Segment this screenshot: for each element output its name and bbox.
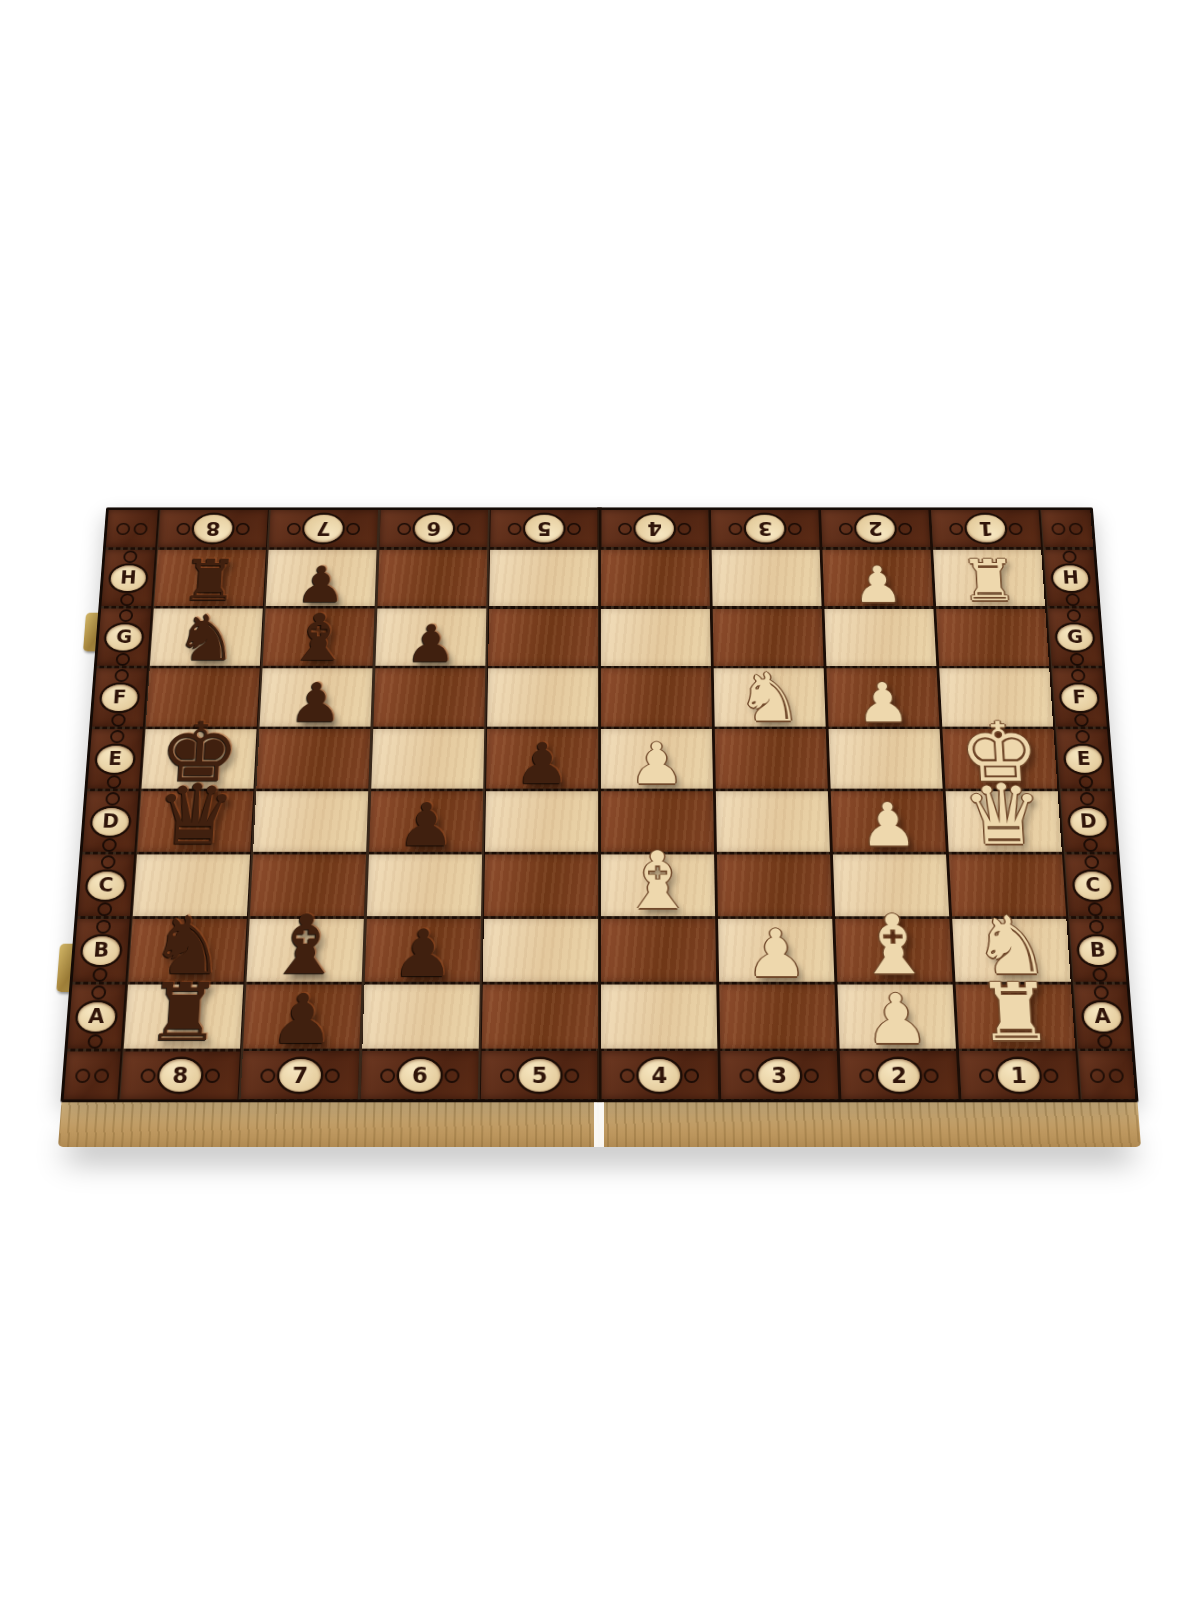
scroll-ornament-icon: [380, 1068, 395, 1082]
square-c3[interactable]: [717, 854, 832, 916]
square-b7[interactable]: ♝: [246, 919, 363, 982]
scroll-ornament-icon: [100, 855, 115, 869]
square-f7[interactable]: ♟: [260, 668, 373, 726]
frame-corner: [1041, 510, 1093, 547]
file-label-right-D: D: [1061, 791, 1117, 852]
file-label-right-G: G: [1048, 609, 1102, 666]
square-d4[interactable]: [601, 791, 714, 852]
white-knight[interactable]: ♞: [952, 908, 1071, 984]
scroll-ornament-icon: [92, 967, 108, 981]
scroll-ornament-icon: [111, 713, 126, 726]
chess-board: 87654321H♜♟♟♜HG♞♝♟GF♟♞♟FE♚♟♟♚ED♛♟♟♛DC♝CB…: [57, 507, 1142, 1147]
scroll-ornament-icon: [87, 1034, 103, 1048]
white-pawn[interactable]: ♟: [837, 986, 956, 1051]
scroll-ornament-icon: [804, 1068, 819, 1082]
scroll-ornament-icon: [114, 669, 129, 682]
file-label-text: D: [1069, 808, 1107, 836]
rank-label-text: 6: [399, 1059, 441, 1092]
file-label-text: D: [91, 808, 129, 836]
black-rook[interactable]: ♜: [124, 975, 244, 1051]
scroll-ornament-icon: [1043, 1068, 1059, 1082]
square-b6[interactable]: ♟: [365, 919, 481, 982]
white-rook[interactable]: ♜: [933, 554, 1045, 608]
scroll-ornament-icon: [397, 522, 411, 534]
scroll-ornament-icon: [564, 1068, 579, 1082]
file-label-right-E: E: [1056, 729, 1111, 788]
square-b4[interactable]: [601, 919, 716, 982]
black-knight[interactable]: ♞: [150, 608, 263, 668]
square-c2[interactable]: [833, 854, 949, 916]
scroll-ornament-icon: [728, 522, 742, 534]
square-e8[interactable]: ♚: [142, 729, 257, 788]
square-g5[interactable]: [488, 609, 598, 666]
black-pawn[interactable]: ♟: [259, 678, 372, 729]
black-pawn[interactable]: ♟: [365, 922, 481, 984]
square-h5[interactable]: [489, 550, 598, 606]
scroll-ornament-icon: [1089, 1068, 1105, 1082]
scroll-ornament-icon: [1065, 593, 1080, 605]
square-g6[interactable]: ♟: [375, 609, 486, 666]
rank-label-text: 2: [877, 1059, 920, 1092]
rank-label-front-6: 6: [361, 1051, 479, 1099]
square-c5[interactable]: [484, 854, 598, 916]
square-a4[interactable]: [601, 985, 717, 1049]
square-d6[interactable]: ♟: [369, 791, 483, 852]
file-label-text: F: [1061, 684, 1099, 711]
black-pawn[interactable]: ♟: [486, 737, 598, 791]
scroll-ornament-icon: [1008, 522, 1022, 534]
scroll-ornament-icon: [684, 1068, 699, 1082]
scroll-ornament-icon: [287, 522, 301, 534]
scroll-ornament-icon: [739, 1068, 754, 1082]
square-h4[interactable]: [601, 550, 710, 606]
square-b1[interactable]: ♞: [952, 919, 1070, 982]
rank-label-back-6: 6: [379, 510, 488, 547]
square-f4[interactable]: [601, 668, 712, 726]
square-c6[interactable]: [367, 854, 482, 916]
scroll-ornament-icon: [346, 522, 360, 534]
file-label-text: B: [82, 936, 121, 965]
scroll-ornament-icon: [1068, 522, 1083, 534]
black-bishop[interactable]: ♝: [263, 607, 375, 669]
black-knight[interactable]: ♞: [128, 908, 247, 984]
scroll-ornament-icon: [105, 792, 120, 805]
scroll-ornament-icon: [236, 522, 250, 534]
scroll-ornament-icon: [1069, 653, 1084, 666]
rank-label-back-5: 5: [490, 510, 598, 547]
scroll-ornament-icon: [140, 1068, 156, 1082]
file-label-text: A: [77, 1002, 116, 1031]
black-pawn[interactable]: ♟: [266, 561, 377, 608]
file-label-left-A: A: [68, 985, 126, 1049]
scroll-ornament-icon: [1092, 967, 1108, 981]
scroll-ornament-icon: [109, 730, 124, 743]
square-g2[interactable]: [824, 609, 936, 666]
file-label-text: H: [1052, 565, 1089, 591]
scroll-ornament-icon: [1062, 550, 1077, 562]
square-f1[interactable]: [939, 668, 1053, 726]
rank-label-back-4: 4: [601, 510, 709, 547]
square-b2[interactable]: ♝: [835, 919, 952, 982]
scroll-ornament-icon: [1096, 1034, 1112, 1048]
file-label-right-A: A: [1074, 985, 1132, 1049]
scroll-ornament-icon: [457, 522, 471, 534]
scroll-ornament-icon: [1082, 838, 1097, 851]
rank-label-text: 5: [519, 1059, 561, 1092]
square-g8[interactable]: ♞: [150, 609, 263, 666]
rank-label-text: 7: [279, 1059, 322, 1092]
square-g3[interactable]: [713, 609, 824, 666]
square-b5[interactable]: [483, 919, 598, 982]
white-pawn[interactable]: ♟: [831, 798, 946, 855]
scroll-ornament-icon: [1087, 902, 1102, 916]
file-label-text: G: [105, 624, 142, 650]
rank-label-text: 8: [158, 1059, 202, 1092]
rank-label-front-3: 3: [720, 1051, 838, 1099]
rank-label-back-3: 3: [711, 510, 820, 547]
file-label-text: A: [1083, 1002, 1122, 1031]
scroll-ornament-icon: [444, 1068, 459, 1082]
scroll-ornament-icon: [325, 1068, 340, 1082]
file-label-text: E: [96, 745, 134, 772]
scroll-ornament-icon: [101, 838, 116, 851]
file-label-text: B: [1078, 936, 1117, 965]
square-a1[interactable]: ♜: [956, 985, 1076, 1049]
rank-label-back-1: 1: [931, 510, 1041, 547]
square-f8[interactable]: [146, 668, 260, 726]
scroll-ornament-icon: [90, 985, 106, 999]
square-g7[interactable]: ♝: [263, 609, 375, 666]
scroll-ornament-icon: [123, 550, 138, 562]
file-label-left-F: F: [92, 668, 147, 726]
rank-label-text: 6: [414, 515, 453, 543]
rank-label-text: 8: [193, 515, 233, 543]
rank-label-front-7: 7: [240, 1051, 359, 1099]
scroll-ornament-icon: [119, 593, 134, 605]
square-f3[interactable]: ♞: [714, 668, 826, 726]
square-f2[interactable]: ♟: [826, 668, 939, 726]
scroll-ornament-icon: [1084, 855, 1099, 869]
scroll-ornament-icon: [1066, 609, 1081, 622]
rank-label-text: 4: [639, 1059, 681, 1092]
scroll-ornament-icon: [115, 653, 130, 666]
square-a2[interactable]: ♟: [837, 985, 956, 1049]
file-label-left-C: C: [78, 854, 134, 916]
square-e3[interactable]: [715, 729, 828, 788]
rank-label-back-8: 8: [158, 510, 268, 547]
file-label-right-H: H: [1044, 550, 1098, 606]
square-g1[interactable]: [936, 609, 1049, 666]
file-label-text: C: [87, 871, 126, 899]
white-bishop[interactable]: ♝: [601, 844, 715, 919]
square-a5[interactable]: [482, 985, 598, 1049]
scroll-ornament-icon: [133, 522, 148, 534]
photo-stage: 87654321H♜♟♟♜HG♞♝♟GF♟♞♟FE♚♟♟♚ED♛♟♟♛DC♝CB…: [0, 0, 1200, 1600]
scroll-ornament-icon: [1075, 730, 1090, 743]
scroll-ornament-icon: [508, 522, 522, 534]
square-e2[interactable]: [829, 729, 943, 788]
scroll-ornament-icon: [923, 1068, 939, 1082]
scroll-ornament-icon: [788, 522, 802, 534]
square-f6[interactable]: [373, 668, 485, 726]
frame-corner: [106, 510, 158, 547]
file-label-right-C: C: [1065, 854, 1121, 916]
square-e7[interactable]: [256, 729, 370, 788]
square-h2[interactable]: ♟: [822, 550, 933, 606]
scroll-ornament-icon: [116, 522, 131, 534]
rank-label-front-2: 2: [840, 1051, 959, 1099]
scroll-ornament-icon: [859, 1068, 874, 1082]
file-label-text: C: [1074, 871, 1113, 899]
file-label-left-D: D: [83, 791, 139, 852]
square-c4[interactable]: ♝: [601, 854, 715, 916]
rank-label-front-1: 1: [959, 1051, 1079, 1099]
scroll-ornament-icon: [1051, 522, 1066, 534]
scroll-ornament-icon: [618, 522, 632, 534]
file-label-left-G: G: [97, 609, 151, 666]
rank-label-text: 5: [525, 515, 564, 543]
rank-label-front-8: 8: [120, 1051, 240, 1099]
scroll-ornament-icon: [1070, 669, 1085, 682]
scroll-ornament-icon: [94, 1068, 110, 1082]
scroll-ornament-icon: [205, 1068, 221, 1082]
scroll-ornament-icon: [95, 919, 111, 933]
scroll-ornament-icon: [106, 775, 121, 788]
scroll-ornament-icon: [500, 1068, 515, 1082]
file-label-right-B: B: [1069, 919, 1126, 982]
fold-seam-edge-gap: [594, 1102, 604, 1147]
scroll-ornament-icon: [1108, 1068, 1124, 1082]
black-bishop[interactable]: ♝: [246, 907, 364, 985]
scroll-ornament-icon: [75, 1068, 91, 1082]
square-a6[interactable]: [362, 985, 479, 1049]
file-label-right-F: F: [1052, 668, 1107, 726]
frame-corner: [64, 1051, 121, 1099]
black-rook[interactable]: ♜: [154, 554, 266, 608]
rank-label-text: 3: [758, 1059, 800, 1092]
white-pawn[interactable]: ♟: [827, 678, 940, 729]
square-h8[interactable]: ♜: [154, 550, 266, 606]
scroll-ornament-icon: [677, 522, 691, 534]
square-b3[interactable]: ♟: [718, 919, 834, 982]
rank-label-text: 1: [997, 1059, 1041, 1092]
black-pawn[interactable]: ♟: [369, 798, 483, 855]
rank-label-text: 4: [635, 515, 674, 543]
white-pawn[interactable]: ♟: [718, 922, 834, 984]
rank-label-front-5: 5: [481, 1051, 598, 1099]
black-pawn[interactable]: ♟: [243, 986, 362, 1051]
scroll-ornament-icon: [620, 1068, 635, 1082]
rank-label-text: 3: [746, 515, 785, 543]
rank-label-text: 7: [304, 515, 344, 543]
white-rook[interactable]: ♜: [955, 975, 1075, 1051]
square-e1[interactable]: ♚: [942, 729, 1057, 788]
square-c1[interactable]: [949, 854, 1066, 916]
file-label-left-H: H: [101, 550, 155, 606]
square-d5[interactable]: [485, 791, 598, 852]
scroll-ornament-icon: [1088, 919, 1104, 933]
square-h3[interactable]: [712, 550, 822, 606]
file-label-left-E: E: [87, 729, 142, 788]
file-label-text: G: [1056, 624, 1093, 650]
scroll-ornament-icon: [118, 609, 133, 622]
file-label-text: F: [101, 684, 139, 711]
white-bishop[interactable]: ♝: [835, 907, 953, 985]
scroll-ornament-icon: [567, 522, 581, 534]
scroll-ornament-icon: [949, 522, 963, 534]
rank-label-text: 2: [856, 515, 896, 543]
scroll-ornament-icon: [1073, 713, 1088, 726]
rank-label-text: 1: [966, 515, 1006, 543]
white-knight[interactable]: ♞: [714, 666, 826, 730]
file-label-text: H: [110, 565, 147, 591]
square-d8[interactable]: ♛: [137, 791, 253, 852]
frame-corner: [1078, 1051, 1135, 1099]
white-pawn[interactable]: ♟: [601, 737, 713, 791]
square-c8[interactable]: [133, 854, 250, 916]
square-g4[interactable]: [601, 609, 711, 666]
white-pawn[interactable]: ♟: [823, 561, 934, 608]
black-pawn[interactable]: ♟: [375, 619, 486, 668]
rank-label-front-4: 4: [601, 1051, 718, 1099]
square-f5[interactable]: [487, 668, 598, 726]
file-label-text: E: [1065, 745, 1103, 772]
scroll-ornament-icon: [260, 1068, 276, 1082]
square-d1[interactable]: ♛: [946, 791, 1062, 852]
scroll-ornament-icon: [979, 1068, 995, 1082]
square-h7[interactable]: ♟: [266, 550, 377, 606]
square-a3[interactable]: [719, 985, 836, 1049]
scroll-ornament-icon: [1079, 792, 1094, 805]
square-a8[interactable]: ♜: [124, 985, 244, 1049]
scroll-ornament-icon: [1078, 775, 1093, 788]
scroll-ornament-icon: [97, 902, 112, 916]
rank-label-back-7: 7: [269, 510, 378, 547]
square-c7[interactable]: [250, 854, 366, 916]
scroll-ornament-icon: [839, 522, 853, 534]
square-h1[interactable]: ♜: [933, 550, 1045, 606]
square-e6[interactable]: [371, 729, 484, 788]
square-d3[interactable]: [716, 791, 830, 852]
file-label-left-B: B: [73, 919, 130, 982]
square-d2[interactable]: ♟: [831, 791, 946, 852]
square-b8[interactable]: ♞: [128, 919, 246, 982]
scroll-ornament-icon: [898, 522, 912, 534]
scroll-ornament-icon: [176, 522, 190, 534]
square-h6[interactable]: [377, 550, 487, 606]
scroll-ornament-icon: [1093, 985, 1109, 999]
square-d7[interactable]: [253, 791, 368, 852]
square-e4[interactable]: ♟: [601, 729, 713, 788]
square-e5[interactable]: ♟: [486, 729, 598, 788]
rank-label-back-2: 2: [821, 510, 930, 547]
square-a7[interactable]: ♟: [243, 985, 362, 1049]
